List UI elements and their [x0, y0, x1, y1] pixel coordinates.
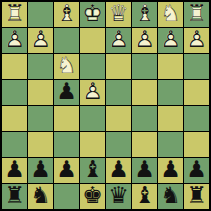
black-pawn-icon: ♟ — [158, 158, 183, 183]
square-b5[interactable] — [158, 106, 183, 131]
square-a8[interactable]: ♜ — [184, 184, 209, 209]
white-pawn-icon: ♟♙ — [184, 28, 209, 53]
white-knight-icon: ♞♘ — [158, 2, 183, 27]
square-e5[interactable] — [80, 106, 105, 131]
black-pawn-icon-fill: ♟ — [28, 158, 53, 182]
black-queen-icon: ♛ — [106, 184, 131, 209]
square-e7[interactable]: ♝ — [80, 158, 105, 183]
black-knight-icon-fill: ♞ — [158, 184, 183, 208]
white-pawn-icon-outline: ♙ — [80, 80, 105, 104]
white-rook-icon: ♜♖ — [2, 2, 27, 27]
square-b2[interactable]: ♟♙ — [158, 28, 183, 53]
black-pawn-icon: ♟ — [132, 158, 157, 183]
square-a7[interactable]: ♟ — [184, 158, 209, 183]
black-bishop-icon: ♝ — [80, 158, 105, 183]
square-d4[interactable] — [106, 80, 131, 105]
square-d7[interactable]: ♟ — [106, 158, 131, 183]
black-rook-icon-fill: ♜ — [184, 184, 209, 208]
black-knight-icon: ♞ — [28, 184, 53, 209]
black-knight-icon-fill: ♞ — [28, 184, 53, 208]
square-c2[interactable]: ♟♙ — [132, 28, 157, 53]
black-rook-icon: ♜ — [2, 184, 27, 209]
square-e3[interactable] — [80, 54, 105, 79]
square-a6[interactable] — [184, 132, 209, 157]
white-queen-icon-outline: ♕ — [106, 2, 131, 26]
white-pawn-icon: ♟♙ — [106, 28, 131, 53]
square-f8[interactable] — [54, 184, 79, 209]
square-g1[interactable] — [28, 2, 53, 27]
square-g7[interactable]: ♟ — [28, 158, 53, 183]
black-rook-icon-fill: ♜ — [2, 184, 27, 208]
white-pawn-icon-outline: ♙ — [28, 28, 53, 52]
square-b3[interactable] — [158, 54, 183, 79]
square-d2[interactable]: ♟♙ — [106, 28, 131, 53]
white-knight-icon-outline: ♘ — [54, 54, 79, 78]
white-bishop-icon-outline: ♗ — [132, 2, 157, 26]
square-g8[interactable]: ♞ — [28, 184, 53, 209]
square-b6[interactable] — [158, 132, 183, 157]
square-g6[interactable] — [28, 132, 53, 157]
white-pawn-icon-outline: ♙ — [106, 28, 131, 52]
square-a2[interactable]: ♟♙ — [184, 28, 209, 53]
square-d1[interactable]: ♛♕ — [106, 2, 131, 27]
square-c6[interactable] — [132, 132, 157, 157]
white-king-icon-outline: ♔ — [80, 2, 105, 26]
square-b7[interactable]: ♟ — [158, 158, 183, 183]
black-knight-icon: ♞ — [158, 184, 183, 209]
black-pawn-icon-fill: ♟ — [54, 158, 79, 182]
black-queen-icon-fill: ♛ — [106, 184, 131, 208]
square-g5[interactable] — [28, 106, 53, 131]
square-g3[interactable] — [28, 54, 53, 79]
square-h3[interactable] — [2, 54, 27, 79]
black-pawn-icon: ♟ — [28, 158, 53, 183]
black-pawn-icon: ♟ — [54, 80, 79, 105]
square-f6[interactable] — [54, 132, 79, 157]
white-rook-icon-outline: ♖ — [2, 2, 27, 26]
black-bishop-icon-fill: ♝ — [80, 158, 105, 182]
square-e2[interactable] — [80, 28, 105, 53]
black-pawn-icon-fill: ♟ — [132, 158, 157, 182]
black-pawn-icon-fill: ♟ — [184, 158, 209, 182]
square-b8[interactable]: ♞ — [158, 184, 183, 209]
chess-board: ♜♖♝♗♚♔♛♕♝♗♞♘♜♖♟♙♟♙♟♙♟♙♟♙♟♙♞♘♟♟♙♟♟♟♝♟♟♟♟♜… — [0, 0, 211, 211]
square-f5[interactable] — [54, 106, 79, 131]
square-f3[interactable]: ♞♘ — [54, 54, 79, 79]
square-h4[interactable] — [2, 80, 27, 105]
square-g4[interactable] — [28, 80, 53, 105]
square-e4[interactable]: ♟♙ — [80, 80, 105, 105]
chess-board-window: ♜♖♝♗♚♔♛♕♝♗♞♘♜♖♟♙♟♙♟♙♟♙♟♙♟♙♞♘♟♟♙♟♟♟♝♟♟♟♟♜… — [0, 0, 211, 211]
black-rook-icon: ♜ — [184, 184, 209, 209]
square-e6[interactable] — [80, 132, 105, 157]
square-f1[interactable]: ♝♗ — [54, 2, 79, 27]
white-pawn-icon-outline: ♙ — [158, 28, 183, 52]
square-c4[interactable] — [132, 80, 157, 105]
white-pawn-icon: ♟♙ — [132, 28, 157, 53]
white-rook-icon-outline: ♖ — [184, 2, 209, 26]
square-a3[interactable] — [184, 54, 209, 79]
square-c3[interactable] — [132, 54, 157, 79]
black-pawn-icon: ♟ — [54, 158, 79, 183]
white-knight-icon: ♞♘ — [54, 54, 79, 79]
square-c7[interactable]: ♟ — [132, 158, 157, 183]
square-d6[interactable] — [106, 132, 131, 157]
square-b4[interactable] — [158, 80, 183, 105]
square-a5[interactable] — [184, 106, 209, 131]
square-d5[interactable] — [106, 106, 131, 131]
square-a1[interactable]: ♜♖ — [184, 2, 209, 27]
square-d3[interactable] — [106, 54, 131, 79]
black-pawn-icon-fill: ♟ — [158, 158, 183, 182]
square-h2[interactable]: ♟♙ — [2, 28, 27, 53]
white-bishop-icon: ♝♗ — [54, 2, 79, 27]
square-a4[interactable] — [184, 80, 209, 105]
black-pawn-icon-fill: ♟ — [106, 158, 131, 182]
square-g2[interactable]: ♟♙ — [28, 28, 53, 53]
square-c5[interactable] — [132, 106, 157, 131]
black-pawn-icon-fill: ♟ — [54, 80, 79, 104]
square-f4[interactable]: ♟ — [54, 80, 79, 105]
black-pawn-icon-fill: ♟ — [2, 158, 27, 182]
white-pawn-icon: ♟♙ — [158, 28, 183, 53]
white-rook-icon: ♜♖ — [184, 2, 209, 27]
white-king-icon: ♚♔ — [80, 2, 105, 27]
white-queen-icon: ♛♕ — [106, 2, 131, 27]
black-pawn-icon: ♟ — [2, 158, 27, 183]
black-pawn-icon: ♟ — [184, 158, 209, 183]
square-h7[interactable]: ♟ — [2, 158, 27, 183]
square-h8[interactable]: ♜ — [2, 184, 27, 209]
white-pawn-icon-outline: ♙ — [132, 28, 157, 52]
square-h5[interactable] — [2, 106, 27, 131]
black-bishop-icon-fill: ♝ — [132, 184, 157, 208]
black-pawn-icon: ♟ — [106, 158, 131, 183]
square-h1[interactable]: ♜♖ — [2, 2, 27, 27]
square-e1[interactable]: ♚♔ — [80, 2, 105, 27]
white-bishop-icon-outline: ♗ — [54, 2, 79, 26]
square-f7[interactable]: ♟ — [54, 158, 79, 183]
white-pawn-icon-outline: ♙ — [184, 28, 209, 52]
square-e8[interactable]: ♚ — [80, 184, 105, 209]
square-h6[interactable] — [2, 132, 27, 157]
square-d8[interactable]: ♛ — [106, 184, 131, 209]
white-pawn-icon: ♟♙ — [28, 28, 53, 53]
black-king-icon-fill: ♚ — [80, 184, 105, 208]
white-knight-icon-outline: ♘ — [158, 2, 183, 26]
white-pawn-icon: ♟♙ — [2, 28, 27, 53]
white-pawn-icon-outline: ♙ — [2, 28, 27, 52]
white-pawn-icon: ♟♙ — [80, 80, 105, 105]
square-f2[interactable] — [54, 28, 79, 53]
square-c8[interactable]: ♝ — [132, 184, 157, 209]
black-king-icon: ♚ — [80, 184, 105, 209]
square-b1[interactable]: ♞♘ — [158, 2, 183, 27]
white-bishop-icon: ♝♗ — [132, 2, 157, 27]
black-bishop-icon: ♝ — [132, 184, 157, 209]
square-c1[interactable]: ♝♗ — [132, 2, 157, 27]
